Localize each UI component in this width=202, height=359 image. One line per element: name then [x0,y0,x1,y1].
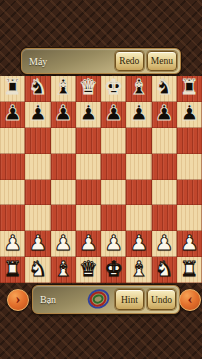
square-g2[interactable]: ♟ [152,231,177,257]
swirl-logo-icon [84,284,117,317]
app-background: Máy Redo Menu ♜♞♝♛♚♝♞♜♟♟♟♟♟♟♟♟♟♟♟♟♟♟♟♟♜♞… [0,0,202,359]
square-a7[interactable]: ♟ [0,102,25,128]
forward-arrow-button[interactable]: › [7,289,29,311]
black-pawn: ♟ [104,103,123,124]
black-pawn: ♟ [129,103,148,124]
white-pawn: ♟ [3,233,22,254]
chess-board[interactable]: ♜♞♝♛♚♝♞♜♟♟♟♟♟♟♟♟♟♟♟♟♟♟♟♟♜♞♝♛♚♝♞♜ [0,76,202,283]
square-d4[interactable] [76,180,101,206]
white-pawn: ♟ [54,233,73,254]
square-d6[interactable] [76,128,101,154]
square-a6[interactable] [0,128,25,154]
square-h6[interactable] [177,128,202,154]
black-queen: ♛ [79,77,98,98]
square-e4[interactable] [101,180,126,206]
square-f2[interactable]: ♟ [126,231,151,257]
square-c4[interactable] [51,180,76,206]
square-c3[interactable] [51,205,76,231]
square-d3[interactable] [76,205,101,231]
square-h1[interactable]: ♜ [177,257,202,283]
square-f3[interactable] [126,205,151,231]
square-e5[interactable] [101,154,126,180]
square-f4[interactable] [126,180,151,206]
square-h4[interactable] [177,180,202,206]
black-rook: ♜ [3,77,22,98]
square-f7[interactable]: ♟ [126,102,151,128]
black-pawn: ♟ [54,103,73,124]
square-d2[interactable]: ♟ [76,231,101,257]
square-c8[interactable]: ♝ [51,76,76,102]
bottom-player-bar: Bạn Hint Undo [32,285,180,314]
square-d7[interactable]: ♟ [76,102,101,128]
square-f1[interactable]: ♝ [126,257,151,283]
black-pawn: ♟ [28,103,47,124]
white-bishop: ♝ [54,259,73,280]
square-e2[interactable]: ♟ [101,231,126,257]
square-g1[interactable]: ♞ [152,257,177,283]
white-knight: ♞ [155,259,174,280]
white-knight: ♞ [28,259,47,280]
square-e1[interactable]: ♚ [101,257,126,283]
square-g8[interactable]: ♞ [152,76,177,102]
square-a1[interactable]: ♜ [0,257,25,283]
square-a2[interactable]: ♟ [0,231,25,257]
square-a8[interactable]: ♜ [0,76,25,102]
square-g6[interactable] [152,128,177,154]
square-b6[interactable] [25,128,50,154]
black-knight: ♞ [155,77,174,98]
menu-button[interactable]: Menu [147,51,177,71]
black-pawn: ♟ [79,103,98,124]
black-knight: ♞ [28,77,47,98]
square-d8[interactable]: ♛ [76,76,101,102]
square-h8[interactable]: ♜ [177,76,202,102]
square-e3[interactable] [101,205,126,231]
undo-button[interactable]: Undo [147,289,176,310]
square-g4[interactable] [152,180,177,206]
square-c1[interactable]: ♝ [51,257,76,283]
square-d1[interactable]: ♛ [76,257,101,283]
white-rook: ♜ [3,259,22,280]
black-pawn: ♟ [155,103,174,124]
square-d5[interactable] [76,154,101,180]
right-chevron-icon: › [16,292,21,307]
square-b8[interactable]: ♞ [25,76,50,102]
square-c2[interactable]: ♟ [51,231,76,257]
square-e8[interactable]: ♚ [101,76,126,102]
square-b5[interactable] [25,154,50,180]
square-b7[interactable]: ♟ [25,102,50,128]
white-pawn: ♟ [79,233,98,254]
square-g3[interactable] [152,205,177,231]
white-pawn: ♟ [28,233,47,254]
square-h5[interactable] [177,154,202,180]
square-b1[interactable]: ♞ [25,257,50,283]
square-g7[interactable]: ♟ [152,102,177,128]
white-pawn: ♟ [155,233,174,254]
white-bishop: ♝ [129,259,148,280]
square-c6[interactable] [51,128,76,154]
square-e7[interactable]: ♟ [101,102,126,128]
square-f5[interactable] [126,154,151,180]
human-player-label: Bạn [40,294,56,305]
hint-button[interactable]: Hint [115,289,144,310]
square-h2[interactable]: ♟ [177,231,202,257]
square-b4[interactable] [25,180,50,206]
white-pawn: ♟ [104,233,123,254]
black-pawn: ♟ [3,103,22,124]
square-a3[interactable] [0,205,25,231]
square-a5[interactable] [0,154,25,180]
top-button-group: Redo Menu [115,51,180,71]
black-rook: ♜ [180,77,199,98]
white-queen: ♛ [79,259,98,280]
redo-button[interactable]: Redo [115,51,144,71]
square-c5[interactable] [51,154,76,180]
black-bishop: ♝ [54,77,73,98]
square-c7[interactable]: ♟ [51,102,76,128]
white-rook: ♜ [180,259,199,280]
square-b3[interactable] [25,205,50,231]
white-pawn: ♟ [180,233,199,254]
square-a4[interactable] [0,180,25,206]
white-king: ♚ [104,259,123,280]
black-pawn: ♟ [180,103,199,124]
computer-player-label: Máy [29,56,47,67]
left-chevron-icon: ‹ [188,292,193,307]
top-player-bar: Máy Redo Menu [21,48,181,74]
square-h3[interactable] [177,205,202,231]
square-b2[interactable]: ♟ [25,231,50,257]
black-bishop: ♝ [129,77,148,98]
square-f8[interactable]: ♝ [126,76,151,102]
square-g5[interactable] [152,154,177,180]
white-pawn: ♟ [129,233,148,254]
square-h7[interactable]: ♟ [177,102,202,128]
bottom-button-group: Hint Undo [115,289,179,310]
back-arrow-button[interactable]: ‹ [179,289,201,311]
black-king: ♚ [104,77,123,98]
square-f6[interactable] [126,128,151,154]
square-e6[interactable] [101,128,126,154]
